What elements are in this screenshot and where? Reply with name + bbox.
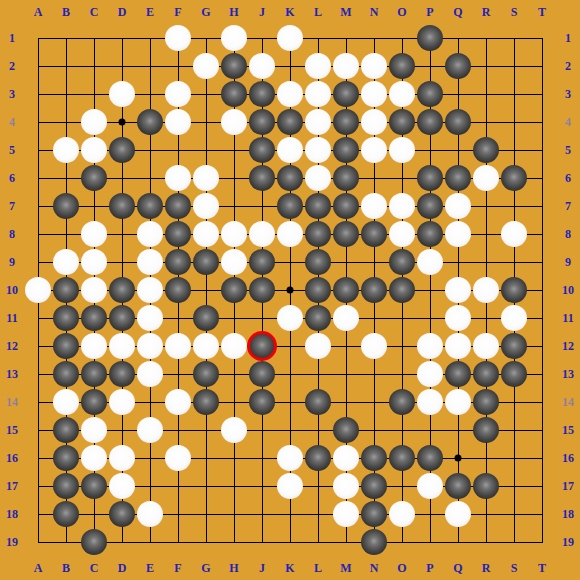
black-stone-Q13 bbox=[445, 361, 471, 387]
grid-line-horizontal bbox=[38, 542, 543, 543]
black-stone-B12 bbox=[53, 333, 79, 359]
white-stone-N7 bbox=[361, 193, 387, 219]
row-label-8: 8 bbox=[9, 228, 15, 240]
row-label-18: 18 bbox=[562, 508, 574, 520]
white-stone-F3 bbox=[165, 81, 191, 107]
black-stone-P1 bbox=[417, 25, 443, 51]
row-label-11: 11 bbox=[562, 312, 573, 324]
black-stone-R13 bbox=[473, 361, 499, 387]
column-label-T: T bbox=[538, 562, 546, 574]
white-stone-L12 bbox=[305, 333, 331, 359]
star-point-D4 bbox=[119, 119, 126, 126]
white-stone-E10 bbox=[137, 277, 163, 303]
black-stone-J6 bbox=[249, 165, 275, 191]
white-stone-O7 bbox=[389, 193, 415, 219]
black-stone-D7 bbox=[109, 193, 135, 219]
go-board[interactable]: AABBCCDDEEFFGGHHJJKKLLMMNNOOPPQQRRSSTT11… bbox=[0, 0, 580, 580]
black-stone-M4 bbox=[333, 109, 359, 135]
black-stone-B7 bbox=[53, 193, 79, 219]
black-stone-O16 bbox=[389, 445, 415, 471]
white-stone-F6 bbox=[165, 165, 191, 191]
white-stone-K17 bbox=[277, 473, 303, 499]
black-stone-N8 bbox=[361, 221, 387, 247]
column-label-A: A bbox=[34, 562, 43, 574]
column-label-B: B bbox=[62, 6, 70, 18]
black-stone-R17 bbox=[473, 473, 499, 499]
white-stone-H15 bbox=[221, 417, 247, 443]
black-stone-G14 bbox=[193, 389, 219, 415]
black-stone-H3 bbox=[221, 81, 247, 107]
white-stone-M2 bbox=[333, 53, 359, 79]
black-stone-P16 bbox=[417, 445, 443, 471]
black-stone-J3 bbox=[249, 81, 275, 107]
white-stone-D16 bbox=[109, 445, 135, 471]
white-stone-N4 bbox=[361, 109, 387, 135]
white-stone-H9 bbox=[221, 249, 247, 275]
white-stone-O8 bbox=[389, 221, 415, 247]
column-label-B: B bbox=[62, 562, 70, 574]
row-label-14: 14 bbox=[562, 396, 574, 408]
black-stone-O2 bbox=[389, 53, 415, 79]
row-label-19: 19 bbox=[6, 536, 18, 548]
black-stone-G13 bbox=[193, 361, 219, 387]
column-label-J: J bbox=[259, 6, 265, 18]
white-stone-P12 bbox=[417, 333, 443, 359]
column-label-A: A bbox=[34, 6, 43, 18]
white-stone-C10 bbox=[81, 277, 107, 303]
white-stone-K3 bbox=[277, 81, 303, 107]
star-point-Q16 bbox=[455, 455, 462, 462]
white-stone-O5 bbox=[389, 137, 415, 163]
white-stone-C5 bbox=[81, 137, 107, 163]
white-stone-N3 bbox=[361, 81, 387, 107]
white-stone-L6 bbox=[305, 165, 331, 191]
grid-line-vertical bbox=[542, 38, 543, 543]
white-stone-R12 bbox=[473, 333, 499, 359]
white-stone-F4 bbox=[165, 109, 191, 135]
row-label-12: 12 bbox=[6, 340, 18, 352]
white-stone-J8 bbox=[249, 221, 275, 247]
white-stone-R6 bbox=[473, 165, 499, 191]
white-stone-P9 bbox=[417, 249, 443, 275]
black-stone-S6 bbox=[501, 165, 527, 191]
black-stone-L10 bbox=[305, 277, 331, 303]
black-stone-B15 bbox=[53, 417, 79, 443]
white-stone-K8 bbox=[277, 221, 303, 247]
white-stone-N12 bbox=[361, 333, 387, 359]
column-label-C: C bbox=[90, 562, 99, 574]
black-stone-L7 bbox=[305, 193, 331, 219]
black-stone-R14 bbox=[473, 389, 499, 415]
white-stone-E9 bbox=[137, 249, 163, 275]
column-label-L: L bbox=[314, 6, 322, 18]
black-stone-M5 bbox=[333, 137, 359, 163]
black-stone-S12 bbox=[501, 333, 527, 359]
row-label-2: 2 bbox=[9, 60, 15, 72]
black-stone-G9 bbox=[193, 249, 219, 275]
row-label-15: 15 bbox=[562, 424, 574, 436]
row-label-6: 6 bbox=[565, 172, 571, 184]
black-stone-N16 bbox=[361, 445, 387, 471]
white-stone-K1 bbox=[277, 25, 303, 51]
white-stone-C16 bbox=[81, 445, 107, 471]
row-label-15: 15 bbox=[6, 424, 18, 436]
white-stone-H1 bbox=[221, 25, 247, 51]
column-label-O: O bbox=[397, 6, 406, 18]
black-stone-Q17 bbox=[445, 473, 471, 499]
row-label-12: 12 bbox=[562, 340, 574, 352]
row-label-19: 19 bbox=[562, 536, 574, 548]
black-stone-J4 bbox=[249, 109, 275, 135]
black-stone-J5 bbox=[249, 137, 275, 163]
white-stone-L4 bbox=[305, 109, 331, 135]
white-stone-O18 bbox=[389, 501, 415, 527]
column-label-Q: Q bbox=[453, 6, 462, 18]
white-stone-E12 bbox=[137, 333, 163, 359]
black-stone-K6 bbox=[277, 165, 303, 191]
column-label-D: D bbox=[118, 562, 127, 574]
white-stone-L2 bbox=[305, 53, 331, 79]
white-stone-A10 bbox=[25, 277, 51, 303]
row-label-16: 16 bbox=[6, 452, 18, 464]
column-label-S: S bbox=[511, 562, 518, 574]
black-stone-E7 bbox=[137, 193, 163, 219]
black-stone-G11 bbox=[193, 305, 219, 331]
black-stone-Q6 bbox=[445, 165, 471, 191]
column-label-Q: Q bbox=[453, 562, 462, 574]
black-stone-M15 bbox=[333, 417, 359, 443]
black-stone-C6 bbox=[81, 165, 107, 191]
column-label-L: L bbox=[314, 562, 322, 574]
row-label-6: 6 bbox=[9, 172, 15, 184]
row-label-11: 11 bbox=[6, 312, 17, 324]
column-label-P: P bbox=[426, 562, 433, 574]
black-stone-P7 bbox=[417, 193, 443, 219]
black-stone-L8 bbox=[305, 221, 331, 247]
black-stone-J10 bbox=[249, 277, 275, 303]
black-stone-P6 bbox=[417, 165, 443, 191]
row-label-10: 10 bbox=[562, 284, 574, 296]
column-label-H: H bbox=[229, 562, 238, 574]
black-stone-P4 bbox=[417, 109, 443, 135]
column-label-R: R bbox=[482, 562, 491, 574]
column-label-E: E bbox=[146, 6, 154, 18]
column-label-C: C bbox=[90, 6, 99, 18]
row-label-5: 5 bbox=[9, 144, 15, 156]
column-label-H: H bbox=[229, 6, 238, 18]
column-label-T: T bbox=[538, 6, 546, 18]
black-stone-P3 bbox=[417, 81, 443, 107]
black-stone-L14 bbox=[305, 389, 331, 415]
black-stone-H2 bbox=[221, 53, 247, 79]
white-stone-H4 bbox=[221, 109, 247, 135]
white-stone-Q12 bbox=[445, 333, 471, 359]
white-stone-M18 bbox=[333, 501, 359, 527]
white-stone-R10 bbox=[473, 277, 499, 303]
row-label-1: 1 bbox=[9, 32, 15, 44]
column-label-G: G bbox=[201, 562, 210, 574]
black-stone-N18 bbox=[361, 501, 387, 527]
white-stone-E11 bbox=[137, 305, 163, 331]
white-stone-E8 bbox=[137, 221, 163, 247]
black-stone-O9 bbox=[389, 249, 415, 275]
row-label-4: 4 bbox=[9, 116, 15, 128]
white-stone-P13 bbox=[417, 361, 443, 387]
black-stone-F8 bbox=[165, 221, 191, 247]
star-point-K10 bbox=[287, 287, 294, 294]
black-stone-B13 bbox=[53, 361, 79, 387]
black-stone-B16 bbox=[53, 445, 79, 471]
black-stone-J14 bbox=[249, 389, 275, 415]
white-stone-J2 bbox=[249, 53, 275, 79]
row-label-17: 17 bbox=[6, 480, 18, 492]
white-stone-E15 bbox=[137, 417, 163, 443]
white-stone-P14 bbox=[417, 389, 443, 415]
black-stone-O4 bbox=[389, 109, 415, 135]
row-label-13: 13 bbox=[562, 368, 574, 380]
black-stone-B18 bbox=[53, 501, 79, 527]
white-stone-C8 bbox=[81, 221, 107, 247]
white-stone-E13 bbox=[137, 361, 163, 387]
black-stone-D10 bbox=[109, 277, 135, 303]
black-stone-E4 bbox=[137, 109, 163, 135]
white-stone-L5 bbox=[305, 137, 331, 163]
black-stone-B11 bbox=[53, 305, 79, 331]
black-stone-C13 bbox=[81, 361, 107, 387]
white-stone-S8 bbox=[501, 221, 527, 247]
last-move-marker bbox=[247, 331, 277, 361]
white-stone-C12 bbox=[81, 333, 107, 359]
black-stone-H10 bbox=[221, 277, 247, 303]
row-label-3: 3 bbox=[565, 88, 571, 100]
row-label-10: 10 bbox=[6, 284, 18, 296]
column-label-F: F bbox=[174, 562, 181, 574]
black-stone-O14 bbox=[389, 389, 415, 415]
white-stone-C15 bbox=[81, 417, 107, 443]
white-stone-C9 bbox=[81, 249, 107, 275]
column-label-E: E bbox=[146, 562, 154, 574]
white-stone-F12 bbox=[165, 333, 191, 359]
black-stone-F9 bbox=[165, 249, 191, 275]
white-stone-F1 bbox=[165, 25, 191, 51]
black-stone-D11 bbox=[109, 305, 135, 331]
black-stone-C17 bbox=[81, 473, 107, 499]
white-stone-M17 bbox=[333, 473, 359, 499]
black-stone-B10 bbox=[53, 277, 79, 303]
black-stone-D13 bbox=[109, 361, 135, 387]
white-stone-N2 bbox=[361, 53, 387, 79]
column-label-F: F bbox=[174, 6, 181, 18]
column-label-J: J bbox=[259, 562, 265, 574]
black-stone-L9 bbox=[305, 249, 331, 275]
black-stone-M7 bbox=[333, 193, 359, 219]
column-label-K: K bbox=[285, 6, 294, 18]
row-label-18: 18 bbox=[6, 508, 18, 520]
white-stone-Q10 bbox=[445, 277, 471, 303]
white-stone-G6 bbox=[193, 165, 219, 191]
white-stone-Q11 bbox=[445, 305, 471, 331]
white-stone-G7 bbox=[193, 193, 219, 219]
white-stone-Q8 bbox=[445, 221, 471, 247]
column-label-G: G bbox=[201, 6, 210, 18]
white-stone-H8 bbox=[221, 221, 247, 247]
black-stone-N17 bbox=[361, 473, 387, 499]
black-stone-C11 bbox=[81, 305, 107, 331]
white-stone-E18 bbox=[137, 501, 163, 527]
row-label-9: 9 bbox=[565, 256, 571, 268]
row-label-17: 17 bbox=[562, 480, 574, 492]
white-stone-K5 bbox=[277, 137, 303, 163]
black-stone-F10 bbox=[165, 277, 191, 303]
black-stone-Q2 bbox=[445, 53, 471, 79]
white-stone-D12 bbox=[109, 333, 135, 359]
row-label-9: 9 bbox=[9, 256, 15, 268]
white-stone-B5 bbox=[53, 137, 79, 163]
row-label-16: 16 bbox=[562, 452, 574, 464]
black-stone-J13 bbox=[249, 361, 275, 387]
black-stone-C19 bbox=[81, 529, 107, 555]
black-stone-D5 bbox=[109, 137, 135, 163]
black-stone-M10 bbox=[333, 277, 359, 303]
black-stone-K7 bbox=[277, 193, 303, 219]
column-label-M: M bbox=[340, 6, 351, 18]
white-stone-Q18 bbox=[445, 501, 471, 527]
column-label-D: D bbox=[118, 6, 127, 18]
black-stone-L16 bbox=[305, 445, 331, 471]
white-stone-D3 bbox=[109, 81, 135, 107]
row-label-7: 7 bbox=[565, 200, 571, 212]
row-label-14: 14 bbox=[6, 396, 18, 408]
row-label-1: 1 bbox=[565, 32, 571, 44]
white-stone-L3 bbox=[305, 81, 331, 107]
column-label-O: O bbox=[397, 562, 406, 574]
white-stone-D14 bbox=[109, 389, 135, 415]
column-label-K: K bbox=[285, 562, 294, 574]
go-board-app: AABBCCDDEEFFGGHHJJKKLLMMNNOOPPQQRRSSTT11… bbox=[0, 0, 580, 580]
black-stone-R5 bbox=[473, 137, 499, 163]
white-stone-G8 bbox=[193, 221, 219, 247]
black-stone-J9 bbox=[249, 249, 275, 275]
column-label-R: R bbox=[482, 6, 491, 18]
white-stone-B14 bbox=[53, 389, 79, 415]
black-stone-N10 bbox=[361, 277, 387, 303]
row-label-3: 3 bbox=[9, 88, 15, 100]
black-stone-D18 bbox=[109, 501, 135, 527]
white-stone-O3 bbox=[389, 81, 415, 107]
row-label-13: 13 bbox=[6, 368, 18, 380]
black-stone-M8 bbox=[333, 221, 359, 247]
black-stone-C14 bbox=[81, 389, 107, 415]
black-stone-K4 bbox=[277, 109, 303, 135]
column-label-N: N bbox=[370, 6, 379, 18]
white-stone-G12 bbox=[193, 333, 219, 359]
black-stone-B17 bbox=[53, 473, 79, 499]
black-stone-M6 bbox=[333, 165, 359, 191]
black-stone-S10 bbox=[501, 277, 527, 303]
black-stone-P8 bbox=[417, 221, 443, 247]
row-label-4: 4 bbox=[565, 116, 571, 128]
white-stone-S11 bbox=[501, 305, 527, 331]
white-stone-F14 bbox=[165, 389, 191, 415]
white-stone-K11 bbox=[277, 305, 303, 331]
black-stone-S13 bbox=[501, 361, 527, 387]
white-stone-Q7 bbox=[445, 193, 471, 219]
row-label-7: 7 bbox=[9, 200, 15, 212]
white-stone-C4 bbox=[81, 109, 107, 135]
white-stone-D17 bbox=[109, 473, 135, 499]
white-stone-N5 bbox=[361, 137, 387, 163]
white-stone-B9 bbox=[53, 249, 79, 275]
black-stone-R15 bbox=[473, 417, 499, 443]
white-stone-K16 bbox=[277, 445, 303, 471]
white-stone-M16 bbox=[333, 445, 359, 471]
white-stone-G2 bbox=[193, 53, 219, 79]
white-stone-F16 bbox=[165, 445, 191, 471]
black-stone-Q4 bbox=[445, 109, 471, 135]
column-label-S: S bbox=[511, 6, 518, 18]
white-stone-H12 bbox=[221, 333, 247, 359]
white-stone-P17 bbox=[417, 473, 443, 499]
black-stone-M3 bbox=[333, 81, 359, 107]
black-stone-N19 bbox=[361, 529, 387, 555]
column-label-P: P bbox=[426, 6, 433, 18]
white-stone-Q14 bbox=[445, 389, 471, 415]
row-label-5: 5 bbox=[565, 144, 571, 156]
black-stone-O10 bbox=[389, 277, 415, 303]
grid-line-horizontal bbox=[38, 430, 543, 431]
row-label-2: 2 bbox=[565, 60, 571, 72]
column-label-N: N bbox=[370, 562, 379, 574]
white-stone-M11 bbox=[333, 305, 359, 331]
column-label-M: M bbox=[340, 562, 351, 574]
row-label-8: 8 bbox=[565, 228, 571, 240]
black-stone-L11 bbox=[305, 305, 331, 331]
black-stone-F7 bbox=[165, 193, 191, 219]
